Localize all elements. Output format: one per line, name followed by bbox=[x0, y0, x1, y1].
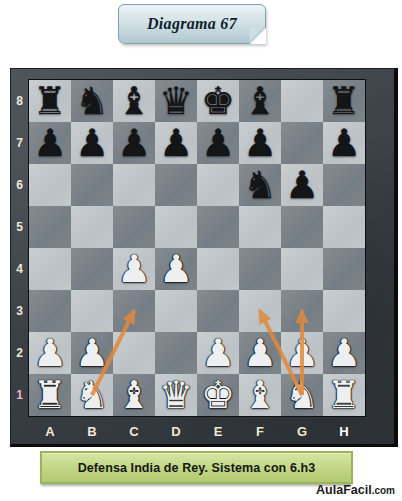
rank-label-1: 1 bbox=[11, 374, 28, 416]
piece-black-rook: ♜ bbox=[29, 80, 71, 122]
square-d7: ♟ bbox=[155, 122, 197, 164]
file-label-c: C bbox=[113, 418, 155, 444]
square-d1: ♛ bbox=[155, 374, 197, 416]
rank-label-6: 6 bbox=[11, 164, 28, 206]
square-c4: ♟ bbox=[113, 248, 155, 290]
piece-black-knight: ♞ bbox=[239, 164, 281, 206]
piece-white-bishop: ♝ bbox=[239, 374, 281, 416]
square-d8: ♛ bbox=[155, 80, 197, 122]
square-e8: ♚ bbox=[197, 80, 239, 122]
square-a3 bbox=[29, 290, 71, 332]
file-label-e: E bbox=[197, 418, 239, 444]
piece-white-bishop: ♝ bbox=[113, 374, 155, 416]
file-label-f: F bbox=[239, 418, 281, 444]
square-a5 bbox=[29, 206, 71, 248]
piece-white-pawn: ♟ bbox=[197, 332, 239, 374]
square-b4 bbox=[71, 248, 113, 290]
caption-text: Defensa India de Rey. Sistema con 6.h3 bbox=[78, 461, 316, 475]
square-e1: ♚ bbox=[197, 374, 239, 416]
file-labels: ABCDEFGH bbox=[29, 418, 365, 444]
rank-label-8: 8 bbox=[11, 80, 28, 122]
piece-black-pawn: ♟ bbox=[239, 122, 281, 164]
square-g3 bbox=[281, 290, 323, 332]
square-g6: ♟ bbox=[281, 164, 323, 206]
square-e6 bbox=[197, 164, 239, 206]
square-b7: ♟ bbox=[71, 122, 113, 164]
square-f3 bbox=[239, 290, 281, 332]
piece-black-bishop: ♝ bbox=[239, 80, 281, 122]
square-c1: ♝ bbox=[113, 374, 155, 416]
square-b3 bbox=[71, 290, 113, 332]
square-c5 bbox=[113, 206, 155, 248]
square-f6: ♞ bbox=[239, 164, 281, 206]
piece-white-pawn: ♟ bbox=[323, 332, 365, 374]
square-c6 bbox=[113, 164, 155, 206]
square-e3 bbox=[197, 290, 239, 332]
square-h3 bbox=[323, 290, 365, 332]
piece-white-knight: ♞ bbox=[281, 374, 323, 416]
square-g8 bbox=[281, 80, 323, 122]
caption-box: Defensa India de Rey. Sistema con 6.h3 bbox=[40, 451, 353, 484]
square-h4 bbox=[323, 248, 365, 290]
piece-white-knight: ♞ bbox=[71, 374, 113, 416]
rank-label-7: 7 bbox=[11, 122, 28, 164]
square-h5 bbox=[323, 206, 365, 248]
piece-white-pawn: ♟ bbox=[71, 332, 113, 374]
piece-black-pawn: ♟ bbox=[197, 122, 239, 164]
square-d5 bbox=[155, 206, 197, 248]
diagram-title: Diagrama 67 bbox=[147, 15, 237, 33]
watermark-brand: AulaFacil bbox=[316, 483, 372, 497]
piece-white-rook: ♜ bbox=[323, 374, 365, 416]
piece-black-pawn: ♟ bbox=[29, 122, 71, 164]
piece-white-rook: ♜ bbox=[29, 374, 71, 416]
square-g2: ♟ bbox=[281, 332, 323, 374]
square-a6 bbox=[29, 164, 71, 206]
piece-black-pawn: ♟ bbox=[323, 122, 365, 164]
square-c8: ♝ bbox=[113, 80, 155, 122]
square-f1: ♝ bbox=[239, 374, 281, 416]
square-a7: ♟ bbox=[29, 122, 71, 164]
piece-black-pawn: ♟ bbox=[71, 122, 113, 164]
piece-white-pawn: ♟ bbox=[155, 248, 197, 290]
file-label-d: D bbox=[155, 418, 197, 444]
square-h8: ♜ bbox=[323, 80, 365, 122]
square-h2: ♟ bbox=[323, 332, 365, 374]
piece-white-pawn: ♟ bbox=[281, 332, 323, 374]
square-b2: ♟ bbox=[71, 332, 113, 374]
watermark: AulaFacil .com bbox=[316, 483, 395, 497]
square-c3 bbox=[113, 290, 155, 332]
piece-white-queen: ♛ bbox=[155, 374, 197, 416]
watermark-suffix: .com bbox=[372, 485, 395, 496]
piece-black-rook: ♜ bbox=[323, 80, 365, 122]
square-d3 bbox=[155, 290, 197, 332]
square-a4 bbox=[29, 248, 71, 290]
square-d6 bbox=[155, 164, 197, 206]
piece-black-queen: ♛ bbox=[155, 80, 197, 122]
square-e4 bbox=[197, 248, 239, 290]
square-a2: ♟ bbox=[29, 332, 71, 374]
file-label-b: B bbox=[71, 418, 113, 444]
square-h1: ♜ bbox=[323, 374, 365, 416]
piece-white-pawn: ♟ bbox=[29, 332, 71, 374]
square-d2 bbox=[155, 332, 197, 374]
rank-label-5: 5 bbox=[11, 206, 28, 248]
square-f2: ♟ bbox=[239, 332, 281, 374]
file-label-g: G bbox=[281, 418, 323, 444]
piece-black-king: ♚ bbox=[197, 80, 239, 122]
square-b8: ♞ bbox=[71, 80, 113, 122]
diagram-title-box: Diagrama 67 bbox=[118, 4, 266, 44]
rank-label-3: 3 bbox=[11, 290, 28, 332]
square-f8: ♝ bbox=[239, 80, 281, 122]
square-e2: ♟ bbox=[197, 332, 239, 374]
square-g5 bbox=[281, 206, 323, 248]
square-h7: ♟ bbox=[323, 122, 365, 164]
piece-white-king: ♚ bbox=[197, 374, 239, 416]
piece-black-pawn: ♟ bbox=[155, 122, 197, 164]
piece-black-bishop: ♝ bbox=[113, 80, 155, 122]
file-label-a: A bbox=[29, 418, 71, 444]
square-f7: ♟ bbox=[239, 122, 281, 164]
square-e7: ♟ bbox=[197, 122, 239, 164]
square-g1: ♞ bbox=[281, 374, 323, 416]
chess-board: ♜♞♝♛♚♝♜♟♟♟♟♟♟♟♞♟♟♟♟♟♟♟♟♟♜♞♝♛♚♝♞♜ bbox=[28, 79, 366, 417]
square-d4: ♟ bbox=[155, 248, 197, 290]
square-f4 bbox=[239, 248, 281, 290]
square-a8: ♜ bbox=[29, 80, 71, 122]
file-label-h: H bbox=[323, 418, 365, 444]
square-a1: ♜ bbox=[29, 374, 71, 416]
square-c7: ♟ bbox=[113, 122, 155, 164]
square-h6 bbox=[323, 164, 365, 206]
rank-label-2: 2 bbox=[11, 332, 28, 374]
square-g4 bbox=[281, 248, 323, 290]
square-b6 bbox=[71, 164, 113, 206]
square-b1: ♞ bbox=[71, 374, 113, 416]
square-b5 bbox=[71, 206, 113, 248]
square-e5 bbox=[197, 206, 239, 248]
rank-labels: 87654321 bbox=[11, 80, 28, 416]
rank-label-4: 4 bbox=[11, 248, 28, 290]
chess-board-frame: 87654321 ♜♞♝♛♚♝♜♟♟♟♟♟♟♟♞♟♟♟♟♟♟♟♟♟♜♞♝♛♚♝♞… bbox=[10, 68, 398, 447]
piece-white-pawn: ♟ bbox=[113, 248, 155, 290]
piece-white-pawn: ♟ bbox=[239, 332, 281, 374]
piece-black-pawn: ♟ bbox=[113, 122, 155, 164]
piece-black-pawn: ♟ bbox=[281, 164, 323, 206]
piece-black-knight: ♞ bbox=[71, 80, 113, 122]
square-f5 bbox=[239, 206, 281, 248]
square-g7 bbox=[281, 122, 323, 164]
square-c2 bbox=[113, 332, 155, 374]
